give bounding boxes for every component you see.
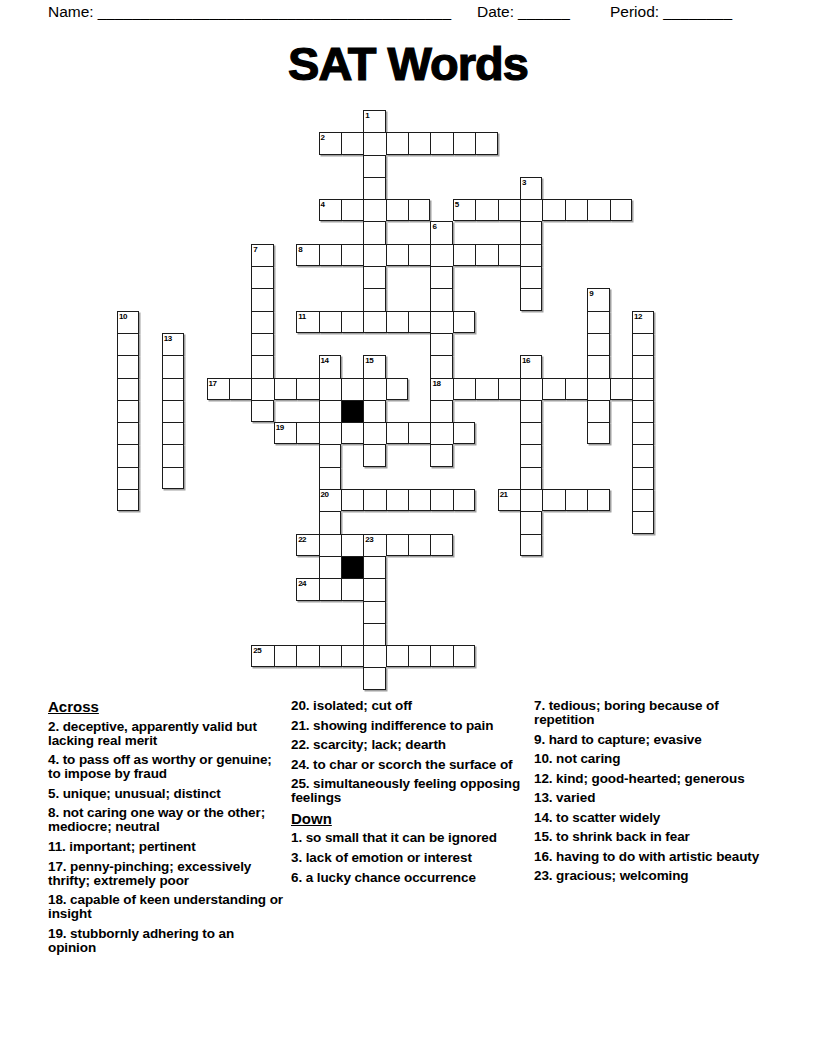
answer-cell-r3c18[interactable]: 3 [520, 177, 542, 199]
answer-cell-r14c7[interactable]: 19 [274, 422, 296, 444]
answer-cell-r12c14[interactable]: 18 [430, 378, 452, 400]
answer-cell-r13c21[interactable] [587, 400, 609, 422]
answer-cell-r24c15[interactable] [453, 645, 475, 667]
answer-cell-r24c10[interactable] [341, 645, 363, 667]
answer-cell-r13c14[interactable] [430, 400, 452, 422]
answer-cell-r6c16[interactable] [475, 244, 497, 266]
answer-cell-r21c11[interactable] [363, 578, 385, 600]
cell-number-15: 15 [365, 356, 373, 365]
answer-cell-r1c9[interactable]: 2 [319, 132, 341, 154]
cell-number-16: 16 [522, 356, 530, 365]
answer-cell-r1c16[interactable] [475, 132, 497, 154]
answer-cell-r17c11[interactable] [363, 489, 385, 511]
answer-cell-r7c11[interactable] [363, 266, 385, 288]
answer-cell-r9c21[interactable] [587, 311, 609, 333]
answer-cell-r1c14[interactable] [430, 132, 452, 154]
answer-cell-r11c0[interactable] [117, 355, 139, 377]
answer-cell-r14c0[interactable] [117, 422, 139, 444]
answer-cell-r14c23[interactable] [632, 422, 654, 444]
answer-cell-r15c2[interactable] [162, 444, 184, 466]
down-clue-14: 14. to scatter widely [534, 811, 771, 825]
answer-cell-r9c6[interactable] [251, 311, 273, 333]
down-clue-16: 16. having to do with artistic beauty [534, 850, 771, 864]
answer-cell-r13c9[interactable] [319, 400, 341, 422]
answer-cell-r8c6[interactable] [251, 288, 273, 310]
black-cell-r20c10 [341, 556, 363, 578]
answer-cell-r14c2[interactable] [162, 422, 184, 444]
cell-number-9: 9 [589, 289, 593, 298]
answer-cell-r19c18[interactable] [520, 534, 542, 556]
answer-cell-r12c19[interactable] [542, 378, 564, 400]
cell-number-3: 3 [522, 178, 526, 187]
across-clue-25: 25. simultaneously feeling opposing feel… [291, 777, 528, 805]
answer-cell-r17c14[interactable] [430, 489, 452, 511]
answer-cell-r19c9[interactable] [319, 534, 341, 556]
answer-cell-r12c11[interactable] [363, 378, 385, 400]
answer-cell-r24c9[interactable] [319, 645, 341, 667]
answer-cell-r14c18[interactable] [520, 422, 542, 444]
answer-cell-r12c6[interactable] [251, 378, 273, 400]
answer-cell-r4c18[interactable] [520, 199, 542, 221]
answer-cell-r12c20[interactable] [565, 378, 587, 400]
down-clue-10: 10. not caring [534, 752, 771, 766]
answer-cell-r12c18[interactable] [520, 378, 542, 400]
cell-number-12: 12 [634, 312, 642, 321]
clue-column-1: Across2. deceptive, apparently valid but… [48, 699, 285, 960]
answer-cell-r9c10[interactable] [341, 311, 363, 333]
down-clue-23: 23. gracious; welcoming [534, 869, 771, 883]
answer-cell-r6c18[interactable] [520, 244, 542, 266]
across-clue-2: 2. deceptive, apparently valid but lacki… [48, 720, 285, 748]
answer-cell-r1c11[interactable] [363, 132, 385, 154]
answer-cell-r10c21[interactable] [587, 333, 609, 355]
answer-cell-r4c22[interactable] [610, 199, 632, 221]
cell-number-7: 7 [253, 245, 257, 254]
down-clue-9: 9. hard to capture; evasive [534, 733, 771, 747]
answer-cell-r9c15[interactable] [453, 311, 475, 333]
cell-number-2: 2 [321, 133, 325, 142]
answer-cell-r12c23[interactable] [632, 378, 654, 400]
answer-cell-r19c11[interactable]: 23 [363, 534, 385, 556]
cell-number-1: 1 [365, 111, 369, 120]
down-clue-15: 15. to shrink back in fear [534, 830, 771, 844]
answer-cell-r6c13[interactable] [408, 244, 430, 266]
answer-cell-r16c18[interactable] [520, 467, 542, 489]
answer-cell-r4c11[interactable] [363, 199, 385, 221]
answer-cell-r12c22[interactable] [610, 378, 632, 400]
answer-cell-r12c10[interactable] [341, 378, 363, 400]
cell-number-14: 14 [321, 356, 329, 365]
clue-column-2: 20. isolated; cut off21. showing indiffe… [291, 699, 528, 890]
answer-cell-r8c11[interactable] [363, 288, 385, 310]
across-heading: Across [48, 699, 285, 715]
across-clue-19: 19. stubbornly adhering to an opinion [48, 927, 285, 955]
answer-cell-r13c18[interactable] [520, 400, 542, 422]
answer-cell-r15c0[interactable] [117, 444, 139, 466]
answer-cell-r16c9[interactable] [319, 467, 341, 489]
cell-number-18: 18 [432, 379, 440, 388]
answer-cell-r6c6[interactable]: 7 [251, 244, 273, 266]
answer-cell-r11c2[interactable] [162, 355, 184, 377]
answer-cell-r5c14[interactable]: 6 [430, 221, 452, 243]
answer-cell-r19c13[interactable] [408, 534, 430, 556]
down-clue-6: 6. a lucky chance occurrence [291, 871, 528, 885]
answer-cell-r1c12[interactable] [386, 132, 408, 154]
across-clue-4: 4. to pass off as worthy or genuine; to … [48, 753, 285, 781]
answer-cell-r16c2[interactable] [162, 467, 184, 489]
answer-cell-r22c11[interactable] [363, 601, 385, 623]
answer-cell-r7c18[interactable] [520, 266, 542, 288]
answer-cell-r21c9[interactable] [319, 578, 341, 600]
answer-cell-r17c19[interactable] [542, 489, 564, 511]
answer-cell-r14c13[interactable] [408, 422, 430, 444]
answer-cell-r6c10[interactable] [341, 244, 363, 266]
cell-number-19: 19 [276, 423, 284, 432]
answer-cell-r20c11[interactable] [363, 556, 385, 578]
answer-cell-r0c11[interactable]: 1 [363, 110, 385, 132]
answer-cell-r13c2[interactable] [162, 400, 184, 422]
answer-cell-r21c10[interactable] [341, 578, 363, 600]
answer-cell-r18c18[interactable] [520, 511, 542, 533]
answer-cell-r6c12[interactable] [386, 244, 408, 266]
answer-cell-r17c12[interactable] [386, 489, 408, 511]
answer-cell-r19c10[interactable] [341, 534, 363, 556]
answer-cell-r13c0[interactable] [117, 400, 139, 422]
crossword-grid: 1234567891011121314151617181920212223242… [117, 110, 654, 690]
answer-cell-r11c9[interactable]: 14 [319, 355, 341, 377]
cell-number-20: 20 [321, 490, 329, 499]
answer-cell-r24c6[interactable]: 25 [251, 645, 273, 667]
cell-number-8: 8 [298, 245, 302, 254]
answer-cell-r11c18[interactable]: 16 [520, 355, 542, 377]
answer-cell-r1c13[interactable] [408, 132, 430, 154]
answer-cell-r13c6[interactable] [251, 400, 273, 422]
across-clue-21: 21. showing indifference to pain [291, 719, 528, 733]
answer-cell-r11c23[interactable] [632, 355, 654, 377]
answer-cell-r19c12[interactable] [386, 534, 408, 556]
answer-cell-r14c8[interactable] [296, 422, 318, 444]
answer-cell-r13c11[interactable] [363, 400, 385, 422]
answer-cell-r17c9[interactable]: 20 [319, 489, 341, 511]
cell-number-13: 13 [164, 334, 172, 343]
answer-cell-r16c23[interactable] [632, 467, 654, 489]
answer-cell-r6c11[interactable] [363, 244, 385, 266]
answer-cell-r14c10[interactable] [341, 422, 363, 444]
answer-cell-r4c13[interactable] [408, 199, 430, 221]
answer-cell-r6c17[interactable] [498, 244, 520, 266]
answer-cell-r14c11[interactable] [363, 422, 385, 444]
answer-cell-r4c15[interactable]: 5 [453, 199, 475, 221]
answer-cell-r25c11[interactable] [363, 667, 385, 689]
answer-cell-r2c11[interactable] [363, 155, 385, 177]
answer-cell-r17c0[interactable] [117, 489, 139, 511]
answer-cell-r12c5[interactable] [229, 378, 251, 400]
answer-cell-r23c11[interactable] [363, 623, 385, 645]
answer-cell-r15c11[interactable] [363, 444, 385, 466]
down-clue-12: 12. kind; good-hearted; generous [534, 772, 771, 786]
answer-cell-r11c6[interactable] [251, 355, 273, 377]
answer-cell-r9c14[interactable] [430, 311, 452, 333]
cell-number-25: 25 [253, 646, 261, 655]
answer-cell-r10c6[interactable] [251, 333, 273, 355]
answer-cell-r4c9[interactable]: 4 [319, 199, 341, 221]
cell-number-4: 4 [321, 200, 325, 209]
answer-cell-r5c18[interactable] [520, 221, 542, 243]
answer-cell-r11c14[interactable] [430, 355, 452, 377]
date-blank-line[interactable]: ______ [518, 3, 570, 20]
answer-cell-r4c17[interactable] [498, 199, 520, 221]
answer-cell-r14c21[interactable] [587, 422, 609, 444]
answer-cell-r14c14[interactable] [430, 422, 452, 444]
answer-cell-r18c23[interactable] [632, 511, 654, 533]
answer-cell-r9c11[interactable] [363, 311, 385, 333]
cell-number-5: 5 [455, 200, 459, 209]
name-blank-line[interactable]: ________________________________________… [98, 3, 451, 20]
answer-cell-r24c8[interactable] [296, 645, 318, 667]
answer-cell-r19c14[interactable] [430, 534, 452, 556]
across-clue-17: 17. penny-pinching; excessively thrifty;… [48, 860, 285, 888]
answer-cell-r18c9[interactable] [319, 511, 341, 533]
answer-cell-r8c14[interactable] [430, 288, 452, 310]
answer-cell-r20c9[interactable] [319, 556, 341, 578]
down-clue-13: 13. varied [534, 791, 771, 805]
period-blank-line[interactable]: ________ [663, 3, 732, 20]
answer-cell-r15c23[interactable] [632, 444, 654, 466]
answer-cell-r12c0[interactable] [117, 378, 139, 400]
name-label: Name: [48, 3, 94, 20]
answer-cell-r8c21[interactable]: 9 [587, 288, 609, 310]
cell-number-23: 23 [365, 535, 373, 544]
cell-number-22: 22 [298, 535, 306, 544]
answer-cell-r12c9[interactable] [319, 378, 341, 400]
answer-cell-r1c15[interactable] [453, 132, 475, 154]
answer-cell-r12c16[interactable] [475, 378, 497, 400]
answer-cell-r6c9[interactable] [319, 244, 341, 266]
answer-cell-r17c23[interactable] [632, 489, 654, 511]
answer-cell-r17c21[interactable] [587, 489, 609, 511]
answer-cell-r12c12[interactable] [386, 378, 408, 400]
black-cell-r13c10 [341, 400, 363, 422]
answer-cell-r24c11[interactable] [363, 645, 385, 667]
answer-cell-r14c12[interactable] [386, 422, 408, 444]
cell-number-17: 17 [209, 379, 217, 388]
across-clue-20: 20. isolated; cut off [291, 699, 528, 713]
answer-cell-r1c10[interactable] [341, 132, 363, 154]
down-heading: Down [291, 811, 528, 827]
cell-number-24: 24 [298, 579, 306, 588]
answer-cell-r11c21[interactable] [587, 355, 609, 377]
answer-cell-r21c8[interactable]: 24 [296, 578, 318, 600]
down-clue-3: 3. lack of emotion or interest [291, 851, 528, 865]
name-field: Name:___________________________________… [48, 3, 451, 21]
answer-cell-r17c17[interactable]: 21 [498, 489, 520, 511]
answer-cell-r10c2[interactable]: 13 [162, 333, 184, 355]
answer-cell-r14c9[interactable] [319, 422, 341, 444]
answer-cell-r7c14[interactable] [430, 266, 452, 288]
answer-cell-r12c7[interactable] [274, 378, 296, 400]
answer-cell-r9c12[interactable] [386, 311, 408, 333]
answer-cell-r19c8[interactable]: 22 [296, 534, 318, 556]
answer-cell-r10c0[interactable] [117, 333, 139, 355]
answer-cell-r12c4[interactable]: 17 [207, 378, 229, 400]
answer-cell-r7c6[interactable] [251, 266, 273, 288]
answer-cell-r9c8[interactable]: 11 [296, 311, 318, 333]
answer-cell-r17c18[interactable] [520, 489, 542, 511]
cell-number-21: 21 [500, 490, 508, 499]
answer-cell-r17c13[interactable] [408, 489, 430, 511]
answer-cell-r14c15[interactable] [453, 422, 475, 444]
answer-cell-r15c14[interactable] [430, 444, 452, 466]
answer-cell-r10c14[interactable] [430, 333, 452, 355]
answer-cell-r3c11[interactable] [363, 177, 385, 199]
date-label: Date: [477, 3, 514, 20]
period-label: Period: [610, 3, 659, 20]
answer-cell-r24c7[interactable] [274, 645, 296, 667]
date-field: Date:______ [477, 3, 570, 21]
cell-number-11: 11 [298, 312, 305, 321]
cell-number-10: 10 [119, 312, 127, 321]
answer-cell-r4c16[interactable] [475, 199, 497, 221]
down-clue-1: 1. so small that it can be ignored [291, 831, 528, 845]
answer-cell-r4c10[interactable] [341, 199, 363, 221]
answer-cell-r12c2[interactable] [162, 378, 184, 400]
page-title: SAT Words [0, 40, 816, 87]
answer-cell-r13c23[interactable] [632, 400, 654, 422]
answer-cell-r9c23[interactable]: 12 [632, 311, 654, 333]
answer-cell-r16c0[interactable] [117, 467, 139, 489]
answer-cell-r4c21[interactable] [587, 199, 609, 221]
answer-cell-r6c14[interactable] [430, 244, 452, 266]
answer-cell-r24c12[interactable] [386, 645, 408, 667]
across-clue-22: 22. scarcity; lack; dearth [291, 738, 528, 752]
answer-cell-r9c0[interactable]: 10 [117, 311, 139, 333]
answer-cell-r12c8[interactable] [296, 378, 318, 400]
down-clue-7: 7. tedious; boring because of repetition [534, 699, 771, 727]
cell-number-6: 6 [432, 222, 436, 231]
answer-cell-r12c15[interactable] [453, 378, 475, 400]
answer-cell-r10c23[interactable] [632, 333, 654, 355]
across-clue-24: 24. to char or scorch the surface of [291, 758, 528, 772]
answer-cell-r17c20[interactable] [565, 489, 587, 511]
answer-cell-r17c15[interactable] [453, 489, 475, 511]
across-clue-11: 11. important; pertinent [48, 840, 285, 854]
answer-cell-r12c21[interactable] [587, 378, 609, 400]
answer-cell-r9c9[interactable] [319, 311, 341, 333]
answer-cell-r4c12[interactable] [386, 199, 408, 221]
answer-cell-r24c13[interactable] [408, 645, 430, 667]
answer-cell-r6c8[interactable]: 8 [296, 244, 318, 266]
across-clue-18: 18. capable of keen understanding or ins… [48, 893, 285, 921]
answer-cell-r4c19[interactable] [542, 199, 564, 221]
across-clue-5: 5. unique; unusual; distinct [48, 787, 285, 801]
answer-cell-r12c17[interactable] [498, 378, 520, 400]
answer-cell-r24c14[interactable] [430, 645, 452, 667]
answer-cell-r4c20[interactable] [565, 199, 587, 221]
answer-cell-r11c11[interactable]: 15 [363, 355, 385, 377]
answer-cell-r9c13[interactable] [408, 311, 430, 333]
answer-cell-r8c18[interactable] [520, 288, 542, 310]
answer-cell-r15c18[interactable] [520, 444, 542, 466]
across-clue-8: 8. not caring one way or the other; medi… [48, 806, 285, 834]
answer-cell-r6c15[interactable] [453, 244, 475, 266]
answer-cell-r15c9[interactable] [319, 444, 341, 466]
clue-column-3: 7. tedious; boring because of repetition… [534, 699, 771, 889]
answer-cell-r17c10[interactable] [341, 489, 363, 511]
period-field: Period:________ [610, 3, 732, 21]
answer-cell-r5c11[interactable] [363, 221, 385, 243]
